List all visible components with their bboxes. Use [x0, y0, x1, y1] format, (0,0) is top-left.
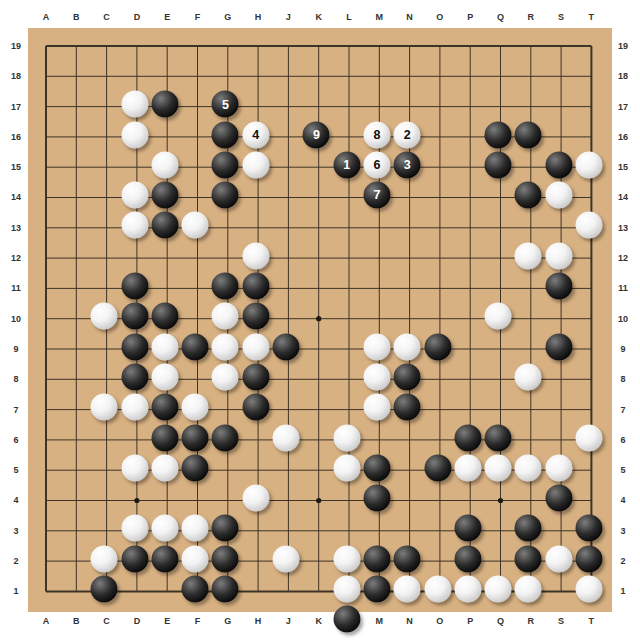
intersection-Q12[interactable]: [513, 271, 543, 301]
intersection-L2[interactable]: [362, 574, 392, 604]
intersection-J2[interactable]: [301, 574, 331, 604]
intersection-D11[interactable]: [150, 301, 180, 331]
intersection-S12[interactable]: [574, 271, 604, 301]
intersection-G14[interactable]: [241, 210, 271, 240]
intersection-O5[interactable]: [453, 483, 483, 513]
intersection-Q1[interactable]: [513, 604, 543, 634]
intersection-K10[interactable]: [332, 332, 362, 362]
intersection-E11[interactable]: [180, 301, 210, 331]
intersection-D1[interactable]: [150, 604, 180, 634]
intersection-E14[interactable]: [180, 210, 210, 240]
intersection-L14[interactable]: [362, 210, 392, 240]
intersection-C3[interactable]: [119, 544, 149, 574]
intersection-F10[interactable]: [210, 332, 240, 362]
intersection-A13[interactable]: [59, 241, 89, 271]
intersection-S1[interactable]: [574, 604, 604, 634]
intersection-A1[interactable]: [59, 604, 89, 634]
intersection-S10[interactable]: [574, 332, 604, 362]
intersection-B9[interactable]: [89, 362, 119, 392]
intersection-P15[interactable]: [483, 180, 513, 210]
intersection-H17[interactable]: [271, 119, 301, 149]
intersection-D8[interactable]: [150, 392, 180, 422]
intersection-D14[interactable]: [150, 210, 180, 240]
intersection-O7[interactable]: [453, 422, 483, 452]
intersection-E1[interactable]: [180, 604, 210, 634]
intersection-M8[interactable]: [392, 392, 422, 422]
intersection-O19[interactable]: [453, 59, 483, 89]
intersection-R19[interactable]: [544, 59, 574, 89]
intersection-G19[interactable]: [241, 59, 271, 89]
intersection-P5[interactable]: [483, 483, 513, 513]
intersection-B12[interactable]: [89, 271, 119, 301]
intersection-H14[interactable]: [271, 210, 301, 240]
intersection-A10[interactable]: [59, 332, 89, 362]
intersection-M14[interactable]: [392, 210, 422, 240]
intersection-K3[interactable]: [332, 544, 362, 574]
intersection-E2[interactable]: [180, 574, 210, 604]
intersection-C1[interactable]: [119, 604, 149, 634]
intersection-T7[interactable]: [604, 422, 634, 452]
intersection-M1[interactable]: [392, 604, 422, 634]
intersection-S15[interactable]: [574, 180, 604, 210]
intersection-R8[interactable]: [544, 392, 574, 422]
intersection-O10[interactable]: [453, 332, 483, 362]
intersection-T17[interactable]: [604, 119, 634, 149]
intersection-N10[interactable]: [422, 332, 452, 362]
intersection-H19[interactable]: [271, 59, 301, 89]
intersection-E9[interactable]: [180, 362, 210, 392]
intersection-O12[interactable]: [453, 271, 483, 301]
intersection-T15[interactable]: [604, 180, 634, 210]
intersection-L13[interactable]: [362, 241, 392, 271]
intersection-J6[interactable]: [301, 453, 331, 483]
intersection-J4[interactable]: [301, 513, 331, 543]
intersection-N2[interactable]: [422, 574, 452, 604]
intersection-E13[interactable]: [180, 241, 210, 271]
intersection-H11[interactable]: [271, 301, 301, 331]
intersection-Q2[interactable]: [513, 574, 543, 604]
intersection-E4[interactable]: [180, 513, 210, 543]
intersection-B4[interactable]: [89, 513, 119, 543]
intersection-M12[interactable]: [392, 271, 422, 301]
intersection-L19[interactable]: [362, 59, 392, 89]
intersection-F1[interactable]: [210, 604, 240, 634]
intersection-J12[interactable]: [301, 271, 331, 301]
intersection-N16[interactable]: [422, 150, 452, 180]
intersection-K6[interactable]: [332, 453, 362, 483]
intersection-P6[interactable]: [483, 453, 513, 483]
intersection-R2[interactable]: [544, 574, 574, 604]
intersection-K12[interactable]: [332, 271, 362, 301]
intersection-D7[interactable]: [150, 422, 180, 452]
intersection-C2[interactable]: [119, 574, 149, 604]
intersection-N19[interactable]: [422, 59, 452, 89]
intersection-F14[interactable]: [210, 210, 240, 240]
intersection-N18[interactable]: [422, 89, 452, 119]
intersection-L10[interactable]: [362, 332, 392, 362]
intersection-L5[interactable]: [362, 483, 392, 513]
intersection-L6[interactable]: [362, 453, 392, 483]
intersection-G10[interactable]: [241, 332, 271, 362]
intersection-R3[interactable]: [544, 544, 574, 574]
intersection-F13[interactable]: [210, 241, 240, 271]
intersection-S19[interactable]: [574, 59, 604, 89]
intersection-D5[interactable]: [150, 483, 180, 513]
intersection-A2[interactable]: [59, 574, 89, 604]
intersection-M16[interactable]: 3: [392, 150, 422, 180]
intersection-H1[interactable]: [271, 604, 301, 634]
intersection-T19[interactable]: [604, 59, 634, 89]
intersection-P18[interactable]: [483, 89, 513, 119]
intersection-G13[interactable]: [241, 241, 271, 271]
intersection-N11[interactable]: [422, 301, 452, 331]
intersection-M6[interactable]: [392, 453, 422, 483]
intersection-R18[interactable]: [544, 89, 574, 119]
intersection-H18[interactable]: [271, 89, 301, 119]
intersection-R6[interactable]: [544, 453, 574, 483]
intersection-K18[interactable]: [332, 89, 362, 119]
intersection-E10[interactable]: [180, 332, 210, 362]
intersection-S2[interactable]: [574, 574, 604, 604]
intersection-B6[interactable]: [89, 453, 119, 483]
intersection-A18[interactable]: [59, 89, 89, 119]
intersection-O17[interactable]: [453, 119, 483, 149]
intersection-Q3[interactable]: [513, 544, 543, 574]
intersection-J7[interactable]: [301, 422, 331, 452]
intersection-H6[interactable]: [271, 453, 301, 483]
intersection-G18[interactable]: [241, 89, 271, 119]
intersection-Q19[interactable]: [513, 59, 543, 89]
intersection-O16[interactable]: [453, 150, 483, 180]
intersection-C17[interactable]: [119, 119, 149, 149]
intersection-M19[interactable]: [392, 59, 422, 89]
intersection-C15[interactable]: [119, 180, 149, 210]
intersection-H9[interactable]: [271, 362, 301, 392]
intersection-N7[interactable]: [422, 422, 452, 452]
intersection-F9[interactable]: [210, 362, 240, 392]
intersection-Q18[interactable]: [513, 89, 543, 119]
intersection-R9[interactable]: [544, 362, 574, 392]
intersection-D19[interactable]: [150, 59, 180, 89]
intersection-P8[interactable]: [483, 392, 513, 422]
intersection-Q15[interactable]: [513, 180, 543, 210]
intersection-O2[interactable]: [453, 574, 483, 604]
intersection-T2[interactable]: [604, 574, 634, 604]
intersection-O4[interactable]: [453, 513, 483, 543]
intersection-L1[interactable]: [362, 604, 392, 634]
intersection-M2[interactable]: [392, 574, 422, 604]
intersection-G8[interactable]: [241, 392, 271, 422]
intersection-S11[interactable]: [574, 301, 604, 331]
intersection-D10[interactable]: [150, 332, 180, 362]
intersection-L4[interactable]: [362, 513, 392, 543]
intersection-T8[interactable]: [604, 392, 634, 422]
intersection-L9[interactable]: [362, 362, 392, 392]
intersection-T4[interactable]: [604, 513, 634, 543]
intersection-B11[interactable]: [89, 301, 119, 331]
intersection-A9[interactable]: [59, 362, 89, 392]
intersection-T18[interactable]: [604, 89, 634, 119]
intersection-S17[interactable]: [574, 119, 604, 149]
intersection-G3[interactable]: [241, 544, 271, 574]
intersection-D4[interactable]: [150, 513, 180, 543]
intersection-F19[interactable]: [210, 59, 240, 89]
intersection-C10[interactable]: [119, 332, 149, 362]
intersection-N12[interactable]: [422, 271, 452, 301]
intersection-F4[interactable]: [210, 513, 240, 543]
intersection-K7[interactable]: [332, 422, 362, 452]
intersection-S6[interactable]: [574, 453, 604, 483]
intersection-R17[interactable]: [544, 119, 574, 149]
intersection-K4[interactable]: [332, 513, 362, 543]
intersection-B8[interactable]: [89, 392, 119, 422]
intersection-N1[interactable]: [422, 604, 452, 634]
intersection-R10[interactable]: [544, 332, 574, 362]
intersection-C18[interactable]: [119, 89, 149, 119]
intersection-H5[interactable]: [271, 483, 301, 513]
intersection-H2[interactable]: [271, 574, 301, 604]
intersection-P19[interactable]: [483, 59, 513, 89]
intersection-S13[interactable]: [574, 241, 604, 271]
intersection-M18[interactable]: [392, 89, 422, 119]
intersection-O11[interactable]: [453, 301, 483, 331]
intersection-M13[interactable]: [392, 241, 422, 271]
intersection-T16[interactable]: [604, 150, 634, 180]
intersection-G6[interactable]: [241, 453, 271, 483]
intersection-F18[interactable]: 5: [210, 89, 240, 119]
intersection-P14[interactable]: [483, 210, 513, 240]
intersection-J10[interactable]: [301, 332, 331, 362]
intersection-F7[interactable]: [210, 422, 240, 452]
intersection-Q14[interactable]: [513, 210, 543, 240]
intersection-J5[interactable]: [301, 483, 331, 513]
intersection-D12[interactable]: [150, 271, 180, 301]
intersection-P4[interactable]: [483, 513, 513, 543]
intersection-J18[interactable]: [301, 89, 331, 119]
intersection-H7[interactable]: [271, 422, 301, 452]
intersection-B5[interactable]: [89, 483, 119, 513]
intersection-P16[interactable]: [483, 150, 513, 180]
intersection-M5[interactable]: [392, 483, 422, 513]
intersection-M11[interactable]: [392, 301, 422, 331]
intersection-N15[interactable]: [422, 180, 452, 210]
intersection-S14[interactable]: [574, 210, 604, 240]
intersection-K19[interactable]: [332, 59, 362, 89]
intersection-F15[interactable]: [210, 180, 240, 210]
intersection-D2[interactable]: [150, 574, 180, 604]
intersection-J8[interactable]: [301, 392, 331, 422]
intersection-D13[interactable]: [150, 241, 180, 271]
intersection-E6[interactable]: [180, 453, 210, 483]
intersection-R4[interactable]: [544, 513, 574, 543]
intersection-L16[interactable]: 6: [362, 150, 392, 180]
intersection-O3[interactable]: [453, 544, 483, 574]
intersection-O1[interactable]: [453, 604, 483, 634]
intersection-J16[interactable]: [301, 150, 331, 180]
intersection-L17[interactable]: 8: [362, 119, 392, 149]
intersection-J9[interactable]: [301, 362, 331, 392]
intersection-P17[interactable]: [483, 119, 513, 149]
intersection-C13[interactable]: [119, 241, 149, 271]
intersection-J14[interactable]: [301, 210, 331, 240]
intersection-A11[interactable]: [59, 301, 89, 331]
intersection-B3[interactable]: [89, 544, 119, 574]
intersection-D9[interactable]: [150, 362, 180, 392]
intersection-L11[interactable]: [362, 301, 392, 331]
intersection-N14[interactable]: [422, 210, 452, 240]
intersection-M4[interactable]: [392, 513, 422, 543]
intersection-F12[interactable]: [210, 271, 240, 301]
intersection-E3[interactable]: [180, 544, 210, 574]
intersection-B16[interactable]: [89, 150, 119, 180]
intersection-Q16[interactable]: [513, 150, 543, 180]
intersection-L3[interactable]: [362, 544, 392, 574]
intersection-T11[interactable]: [604, 301, 634, 331]
intersection-A5[interactable]: [59, 483, 89, 513]
intersection-P11[interactable]: [483, 301, 513, 331]
intersection-C5[interactable]: [119, 483, 149, 513]
intersection-Q4[interactable]: [513, 513, 543, 543]
intersection-P13[interactable]: [483, 241, 513, 271]
intersection-F17[interactable]: [210, 119, 240, 149]
intersection-A12[interactable]: [59, 271, 89, 301]
intersection-L7[interactable]: [362, 422, 392, 452]
intersection-M10[interactable]: [392, 332, 422, 362]
intersection-B14[interactable]: [89, 210, 119, 240]
intersection-H10[interactable]: [271, 332, 301, 362]
intersection-E8[interactable]: [180, 392, 210, 422]
intersection-F3[interactable]: [210, 544, 240, 574]
intersection-K2[interactable]: [332, 574, 362, 604]
intersection-O6[interactable]: [453, 453, 483, 483]
intersection-B1[interactable]: [89, 604, 119, 634]
intersection-F11[interactable]: [210, 301, 240, 331]
intersection-R15[interactable]: [544, 180, 574, 210]
intersection-A6[interactable]: [59, 453, 89, 483]
intersection-H4[interactable]: [271, 513, 301, 543]
intersection-J13[interactable]: [301, 241, 331, 271]
intersection-B2[interactable]: [89, 574, 119, 604]
intersection-N4[interactable]: [422, 513, 452, 543]
intersection-R5[interactable]: [544, 483, 574, 513]
intersection-P1[interactable]: [483, 604, 513, 634]
intersection-H12[interactable]: [271, 271, 301, 301]
intersection-D16[interactable]: [150, 150, 180, 180]
intersection-B18[interactable]: [89, 89, 119, 119]
intersection-K9[interactable]: [332, 362, 362, 392]
intersection-T10[interactable]: [604, 332, 634, 362]
intersection-G15[interactable]: [241, 180, 271, 210]
intersection-C11[interactable]: [119, 301, 149, 331]
intersection-B19[interactable]: [89, 59, 119, 89]
intersection-T6[interactable]: [604, 453, 634, 483]
intersection-T1[interactable]: [604, 604, 634, 634]
intersection-A16[interactable]: [59, 150, 89, 180]
intersection-C19[interactable]: [119, 59, 149, 89]
intersection-T9[interactable]: [604, 362, 634, 392]
intersection-O8[interactable]: [453, 392, 483, 422]
intersection-F8[interactable]: [210, 392, 240, 422]
intersection-G2[interactable]: [241, 574, 271, 604]
intersection-C14[interactable]: [119, 210, 149, 240]
intersection-O13[interactable]: [453, 241, 483, 271]
intersection-G16[interactable]: [241, 150, 271, 180]
intersection-K8[interactable]: [332, 392, 362, 422]
intersection-E16[interactable]: [180, 150, 210, 180]
intersection-N8[interactable]: [422, 392, 452, 422]
intersection-M17[interactable]: 2: [392, 119, 422, 149]
intersection-T13[interactable]: [604, 241, 634, 271]
intersection-B13[interactable]: [89, 241, 119, 271]
intersection-H15[interactable]: [271, 180, 301, 210]
intersection-A17[interactable]: [59, 119, 89, 149]
intersection-M3[interactable]: [392, 544, 422, 574]
intersection-P3[interactable]: [483, 544, 513, 574]
intersection-K15[interactable]: [332, 180, 362, 210]
intersection-O14[interactable]: [453, 210, 483, 240]
intersection-D6[interactable]: [150, 453, 180, 483]
intersection-L15[interactable]: 7: [362, 180, 392, 210]
intersection-G7[interactable]: [241, 422, 271, 452]
intersection-S5[interactable]: [574, 483, 604, 513]
intersection-N5[interactable]: [422, 483, 452, 513]
intersection-J1[interactable]: [301, 604, 331, 634]
intersection-R13[interactable]: [544, 241, 574, 271]
intersection-D3[interactable]: [150, 544, 180, 574]
intersection-G9[interactable]: [241, 362, 271, 392]
intersection-C4[interactable]: [119, 513, 149, 543]
intersection-Q8[interactable]: [513, 392, 543, 422]
intersection-K14[interactable]: [332, 210, 362, 240]
intersection-C8[interactable]: [119, 392, 149, 422]
intersection-N9[interactable]: [422, 362, 452, 392]
intersection-E17[interactable]: [180, 119, 210, 149]
intersection-R1[interactable]: [544, 604, 574, 634]
intersection-H3[interactable]: [271, 544, 301, 574]
intersection-J19[interactable]: [301, 59, 331, 89]
intersection-P10[interactable]: [483, 332, 513, 362]
intersection-Q13[interactable]: [513, 241, 543, 271]
intersection-R14[interactable]: [544, 210, 574, 240]
intersection-B17[interactable]: [89, 119, 119, 149]
intersection-D15[interactable]: [150, 180, 180, 210]
intersection-H13[interactable]: [271, 241, 301, 271]
intersection-H16[interactable]: [271, 150, 301, 180]
intersection-R7[interactable]: [544, 422, 574, 452]
intersection-P12[interactable]: [483, 271, 513, 301]
intersection-C6[interactable]: [119, 453, 149, 483]
intersection-C16[interactable]: [119, 150, 149, 180]
intersection-P7[interactable]: [483, 422, 513, 452]
intersection-G4[interactable]: [241, 513, 271, 543]
intersection-T12[interactable]: [604, 271, 634, 301]
intersection-E5[interactable]: [180, 483, 210, 513]
intersection-O9[interactable]: [453, 362, 483, 392]
intersection-D17[interactable]: [150, 119, 180, 149]
intersection-J3[interactable]: [301, 544, 331, 574]
intersection-B7[interactable]: [89, 422, 119, 452]
intersection-J15[interactable]: [301, 180, 331, 210]
intersection-E7[interactable]: [180, 422, 210, 452]
intersection-B15[interactable]: [89, 180, 119, 210]
intersection-F6[interactable]: [210, 453, 240, 483]
intersection-K11[interactable]: [332, 301, 362, 331]
intersection-A8[interactable]: [59, 392, 89, 422]
intersection-G5[interactable]: [241, 483, 271, 513]
intersection-J11[interactable]: [301, 301, 331, 331]
intersection-L8[interactable]: [362, 392, 392, 422]
intersection-P2[interactable]: [483, 574, 513, 604]
